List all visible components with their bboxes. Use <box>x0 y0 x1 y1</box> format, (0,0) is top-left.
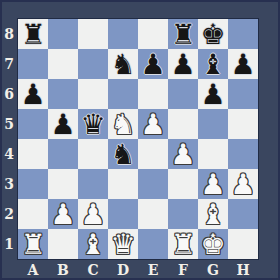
file-label-d: D <box>108 259 138 280</box>
square-d3[interactable] <box>108 169 138 199</box>
white-bishop: ♝ <box>200 200 225 229</box>
square-a1[interactable]: ♜ <box>18 229 48 259</box>
square-e8[interactable] <box>138 19 168 49</box>
square-f1[interactable]: ♜ <box>168 229 198 259</box>
square-a3[interactable] <box>18 169 48 199</box>
square-b6[interactable] <box>48 79 78 109</box>
square-d6[interactable] <box>108 79 138 109</box>
file-label-e: E <box>138 259 168 280</box>
black-pawn: ♟ <box>170 50 195 79</box>
chess-board: ♜♜♚♞♟♟♝♟♟♟♟♛♞♟♞♟♟♟♟♟♝♜♝♛♜♚ <box>18 19 258 259</box>
square-d4[interactable]: ♞ <box>108 139 138 169</box>
rank-label-2: 2 <box>0 199 18 229</box>
rank-label-7: 7 <box>0 49 18 79</box>
rank-label-4: 4 <box>0 139 18 169</box>
square-e4[interactable] <box>138 139 168 169</box>
white-pawn: ♟ <box>140 110 165 139</box>
square-b5[interactable]: ♟ <box>48 109 78 139</box>
black-bishop: ♝ <box>200 50 225 79</box>
square-c6[interactable] <box>78 79 108 109</box>
file-label-f: F <box>168 259 198 280</box>
square-d5[interactable]: ♞ <box>108 109 138 139</box>
square-e5[interactable]: ♟ <box>138 109 168 139</box>
file-labels: ABCDEFGH <box>18 259 258 280</box>
rank-labels: 87654321 <box>0 19 18 259</box>
white-bishop: ♝ <box>80 230 105 259</box>
black-rook: ♜ <box>20 20 45 49</box>
black-pawn: ♟ <box>50 110 75 139</box>
square-h3[interactable]: ♟ <box>228 169 258 199</box>
square-c3[interactable] <box>78 169 108 199</box>
square-c2[interactable]: ♟ <box>78 199 108 229</box>
white-queen: ♛ <box>110 230 135 259</box>
square-d8[interactable] <box>108 19 138 49</box>
square-h5[interactable] <box>228 109 258 139</box>
square-f2[interactable] <box>168 199 198 229</box>
black-knight: ♞ <box>110 50 135 79</box>
square-c4[interactable] <box>78 139 108 169</box>
square-e1[interactable] <box>138 229 168 259</box>
square-f8[interactable]: ♜ <box>168 19 198 49</box>
white-pawn: ♟ <box>80 200 105 229</box>
square-b1[interactable] <box>48 229 78 259</box>
square-g4[interactable] <box>198 139 228 169</box>
black-pawn: ♟ <box>20 80 45 109</box>
square-a2[interactable] <box>18 199 48 229</box>
white-rook: ♜ <box>20 230 45 259</box>
black-pawn: ♟ <box>230 50 255 79</box>
black-queen: ♛ <box>80 110 105 139</box>
square-b7[interactable] <box>48 49 78 79</box>
rank-label-1: 1 <box>0 229 18 259</box>
square-g7[interactable]: ♝ <box>198 49 228 79</box>
square-g3[interactable]: ♟ <box>198 169 228 199</box>
square-e3[interactable] <box>138 169 168 199</box>
square-g2[interactable]: ♝ <box>198 199 228 229</box>
square-e7[interactable]: ♟ <box>138 49 168 79</box>
chess-diagram: ♜♜♚♞♟♟♝♟♟♟♟♛♞♟♞♟♟♟♟♟♝♜♝♛♜♚ 87654321 ABCD… <box>0 0 280 280</box>
square-g1[interactable]: ♚ <box>198 229 228 259</box>
square-b3[interactable] <box>48 169 78 199</box>
black-rook: ♜ <box>170 20 195 49</box>
square-a6[interactable]: ♟ <box>18 79 48 109</box>
rank-label-3: 3 <box>0 169 18 199</box>
square-a5[interactable] <box>18 109 48 139</box>
black-pawn: ♟ <box>140 50 165 79</box>
file-label-c: C <box>78 259 108 280</box>
black-knight: ♞ <box>110 140 135 169</box>
white-pawn: ♟ <box>170 140 195 169</box>
square-g6[interactable]: ♟ <box>198 79 228 109</box>
square-g8[interactable]: ♚ <box>198 19 228 49</box>
square-c1[interactable]: ♝ <box>78 229 108 259</box>
square-f6[interactable] <box>168 79 198 109</box>
square-g5[interactable] <box>198 109 228 139</box>
rank-label-5: 5 <box>0 109 18 139</box>
square-h8[interactable] <box>228 19 258 49</box>
square-a7[interactable] <box>18 49 48 79</box>
white-knight: ♞ <box>110 110 135 139</box>
square-d2[interactable] <box>108 199 138 229</box>
file-label-a: A <box>18 259 48 280</box>
square-b2[interactable]: ♟ <box>48 199 78 229</box>
file-label-g: G <box>198 259 228 280</box>
rank-label-8: 8 <box>0 19 18 49</box>
square-e2[interactable] <box>138 199 168 229</box>
square-a4[interactable] <box>18 139 48 169</box>
square-b4[interactable] <box>48 139 78 169</box>
square-c7[interactable] <box>78 49 108 79</box>
square-d1[interactable]: ♛ <box>108 229 138 259</box>
white-pawn: ♟ <box>230 170 255 199</box>
square-f3[interactable] <box>168 169 198 199</box>
white-pawn: ♟ <box>200 170 225 199</box>
white-rook: ♜ <box>170 230 195 259</box>
square-d7[interactable]: ♞ <box>108 49 138 79</box>
black-pawn: ♟ <box>200 80 225 109</box>
square-a8[interactable]: ♜ <box>18 19 48 49</box>
square-f7[interactable]: ♟ <box>168 49 198 79</box>
file-label-b: B <box>48 259 78 280</box>
white-pawn: ♟ <box>50 200 75 229</box>
white-king: ♚ <box>200 230 225 259</box>
square-b8[interactable] <box>48 19 78 49</box>
square-h7[interactable]: ♟ <box>228 49 258 79</box>
rank-label-6: 6 <box>0 79 18 109</box>
square-h2[interactable] <box>228 199 258 229</box>
square-h1[interactable] <box>228 229 258 259</box>
square-f4[interactable]: ♟ <box>168 139 198 169</box>
black-king: ♚ <box>200 20 225 49</box>
square-h6[interactable] <box>228 79 258 109</box>
square-c8[interactable] <box>78 19 108 49</box>
square-f5[interactable] <box>168 109 198 139</box>
square-e6[interactable] <box>138 79 168 109</box>
square-h4[interactable] <box>228 139 258 169</box>
file-label-h: H <box>228 259 258 280</box>
square-c5[interactable]: ♛ <box>78 109 108 139</box>
